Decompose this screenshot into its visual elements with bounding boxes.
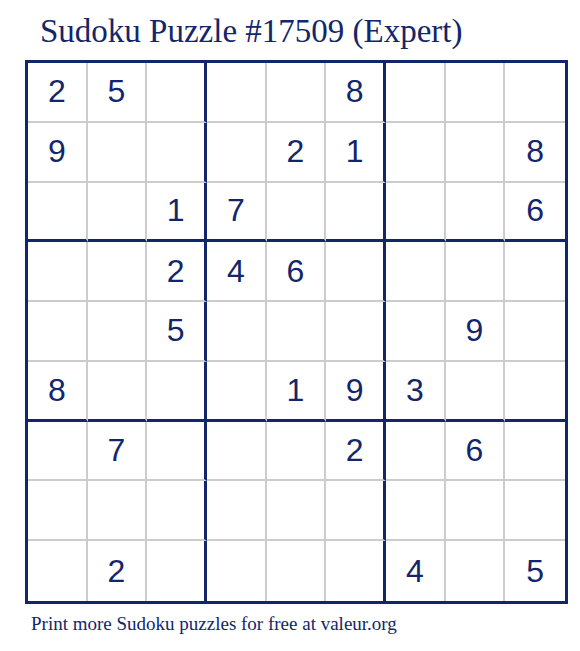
sudoku-cell-r4c9[interactable]	[505, 242, 565, 302]
sudoku-cell-r8c4[interactable]	[207, 481, 267, 541]
sudoku-cell-r2c7[interactable]	[386, 123, 446, 183]
sudoku-cell-r6c2[interactable]	[88, 362, 148, 422]
sudoku-cell-r5c8[interactable]: 9	[446, 302, 506, 362]
sudoku-cell-r7c4[interactable]	[207, 422, 267, 482]
sudoku-cell-r7c7[interactable]	[386, 422, 446, 482]
puzzle-title: Sudoku Puzzle #17509 (Expert)	[40, 13, 463, 51]
sudoku-cell-r2c6[interactable]: 1	[326, 123, 386, 183]
sudoku-cell-r2c8[interactable]	[446, 123, 506, 183]
sudoku-cell-r6c8[interactable]	[446, 362, 506, 422]
sudoku-cell-r5c3[interactable]: 5	[147, 302, 207, 362]
sudoku-cell-r5c5[interactable]	[267, 302, 327, 362]
sudoku-cell-r5c6[interactable]	[326, 302, 386, 362]
footer-text: Print more Sudoku puzzles for free at va…	[31, 613, 397, 635]
sudoku-cell-r9c7[interactable]: 4	[386, 541, 446, 601]
sudoku-cell-r1c5[interactable]	[267, 63, 327, 123]
sudoku-cell-r3c1[interactable]	[28, 183, 88, 243]
sudoku-cell-r4c7[interactable]	[386, 242, 446, 302]
sudoku-cell-r3c6[interactable]	[326, 183, 386, 243]
sudoku-cell-r1c4[interactable]	[207, 63, 267, 123]
sudoku-cell-r3c7[interactable]	[386, 183, 446, 243]
sudoku-cell-r8c7[interactable]	[386, 481, 446, 541]
sudoku-cell-r5c2[interactable]	[88, 302, 148, 362]
sudoku-cell-r9c4[interactable]	[207, 541, 267, 601]
sudoku-cell-r5c4[interactable]	[207, 302, 267, 362]
sudoku-cell-r6c4[interactable]	[207, 362, 267, 422]
sudoku-cell-r2c1[interactable]: 9	[28, 123, 88, 183]
sudoku-cell-r1c1[interactable]: 2	[28, 63, 88, 123]
sudoku-cell-r4c5[interactable]: 6	[267, 242, 327, 302]
sudoku-cell-r1c9[interactable]	[505, 63, 565, 123]
sudoku-cell-r8c1[interactable]	[28, 481, 88, 541]
sudoku-cell-r6c5[interactable]: 1	[267, 362, 327, 422]
sudoku-cell-r1c2[interactable]: 5	[88, 63, 148, 123]
sudoku-grid: 2589218176246598193726245	[25, 60, 568, 604]
sudoku-cell-r6c7[interactable]: 3	[386, 362, 446, 422]
sudoku-cell-r9c5[interactable]	[267, 541, 327, 601]
sudoku-cell-r7c5[interactable]	[267, 422, 327, 482]
sudoku-cell-r7c8[interactable]: 6	[446, 422, 506, 482]
sudoku-cell-r5c1[interactable]	[28, 302, 88, 362]
sudoku-cell-r2c2[interactable]	[88, 123, 148, 183]
sudoku-cell-r3c5[interactable]	[267, 183, 327, 243]
sudoku-cell-r8c6[interactable]	[326, 481, 386, 541]
sudoku-cell-r2c5[interactable]: 2	[267, 123, 327, 183]
sudoku-cell-r9c9[interactable]: 5	[505, 541, 565, 601]
sudoku-cell-r1c3[interactable]	[147, 63, 207, 123]
sudoku-cell-r2c3[interactable]	[147, 123, 207, 183]
sudoku-cell-r6c1[interactable]: 8	[28, 362, 88, 422]
sudoku-cell-r6c6[interactable]: 9	[326, 362, 386, 422]
sudoku-cell-r4c2[interactable]	[88, 242, 148, 302]
sudoku-cell-r9c8[interactable]	[446, 541, 506, 601]
sudoku-cell-r8c5[interactable]	[267, 481, 327, 541]
sudoku-cell-r3c2[interactable]	[88, 183, 148, 243]
sudoku-cell-r2c4[interactable]	[207, 123, 267, 183]
sudoku-cell-r1c6[interactable]: 8	[326, 63, 386, 123]
sudoku-cell-r9c2[interactable]: 2	[88, 541, 148, 601]
sudoku-cell-r4c6[interactable]	[326, 242, 386, 302]
sudoku-cell-r6c3[interactable]	[147, 362, 207, 422]
sudoku-cell-r4c8[interactable]	[446, 242, 506, 302]
sudoku-cell-r8c2[interactable]	[88, 481, 148, 541]
sudoku-cell-r1c7[interactable]	[386, 63, 446, 123]
sudoku-cell-r9c3[interactable]	[147, 541, 207, 601]
sudoku-cell-r6c9[interactable]	[505, 362, 565, 422]
sudoku-cell-r7c9[interactable]	[505, 422, 565, 482]
sudoku-cell-r7c1[interactable]	[28, 422, 88, 482]
sudoku-cell-r3c4[interactable]: 7	[207, 183, 267, 243]
sudoku-cell-r5c7[interactable]	[386, 302, 446, 362]
sudoku-cell-r4c4[interactable]: 4	[207, 242, 267, 302]
sudoku-cell-r9c6[interactable]	[326, 541, 386, 601]
sudoku-cell-r7c3[interactable]	[147, 422, 207, 482]
sudoku-cell-r5c9[interactable]	[505, 302, 565, 362]
sudoku-cell-r3c3[interactable]: 1	[147, 183, 207, 243]
sudoku-cell-r7c2[interactable]: 7	[88, 422, 148, 482]
sudoku-cell-r3c9[interactable]: 6	[505, 183, 565, 243]
sudoku-cell-r8c3[interactable]	[147, 481, 207, 541]
sudoku-cell-r4c1[interactable]	[28, 242, 88, 302]
sudoku-cell-r4c3[interactable]: 2	[147, 242, 207, 302]
sudoku-cell-r9c1[interactable]	[28, 541, 88, 601]
sudoku-cell-r2c9[interactable]: 8	[505, 123, 565, 183]
sudoku-cell-r8c8[interactable]	[446, 481, 506, 541]
sudoku-cell-r7c6[interactable]: 2	[326, 422, 386, 482]
sudoku-cell-r3c8[interactable]	[446, 183, 506, 243]
sudoku-cell-r8c9[interactable]	[505, 481, 565, 541]
sudoku-cell-r1c8[interactable]	[446, 63, 506, 123]
